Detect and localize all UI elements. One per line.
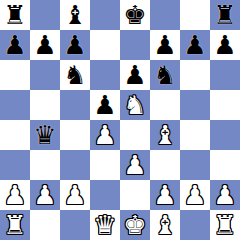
- square-c3[interactable]: [60, 150, 90, 180]
- square-h3[interactable]: [210, 150, 240, 180]
- square-b2[interactable]: ♟: [30, 180, 60, 210]
- square-f4[interactable]: ♝: [150, 120, 180, 150]
- piece-black-knight: ♞: [63, 60, 86, 90]
- square-a3[interactable]: [0, 150, 30, 180]
- square-d2[interactable]: [90, 180, 120, 210]
- square-f7[interactable]: ♟: [150, 30, 180, 60]
- square-g6[interactable]: [180, 60, 210, 90]
- square-d1[interactable]: ♛: [90, 210, 120, 240]
- square-g3[interactable]: [180, 150, 210, 180]
- square-h8[interactable]: ♜: [210, 0, 240, 30]
- piece-white-pawn: ♟: [33, 180, 56, 210]
- piece-black-pawn: ♟: [183, 30, 206, 60]
- square-b7[interactable]: ♟: [30, 30, 60, 60]
- piece-white-pawn: ♟: [153, 180, 176, 210]
- piece-black-pawn: ♟: [93, 90, 116, 120]
- piece-white-pawn: ♟: [63, 180, 86, 210]
- square-a4[interactable]: [0, 120, 30, 150]
- piece-black-pawn: ♟: [153, 30, 176, 60]
- square-d5[interactable]: ♟: [90, 90, 120, 120]
- square-f8[interactable]: [150, 0, 180, 30]
- piece-black-pawn: ♟: [63, 30, 86, 60]
- piece-white-knight: ♞: [123, 90, 146, 120]
- piece-black-king: ♚: [123, 0, 146, 30]
- square-d8[interactable]: [90, 0, 120, 30]
- square-b3[interactable]: [30, 150, 60, 180]
- piece-white-king: ♚: [123, 210, 146, 240]
- square-d6[interactable]: [90, 60, 120, 90]
- piece-white-rook: ♜: [3, 210, 26, 240]
- piece-black-pawn: ♟: [213, 30, 236, 60]
- square-g1[interactable]: [180, 210, 210, 240]
- chess-board: ♜♝♚♜♟♟♟♟♟♟♞♟♞♟♞♛♟♝♟♟♟♟♟♟♟♜♛♚♝♜: [0, 0, 240, 240]
- square-e6[interactable]: ♟: [120, 60, 150, 90]
- square-b8[interactable]: [30, 0, 60, 30]
- piece-black-pawn: ♟: [33, 30, 56, 60]
- square-c8[interactable]: ♝: [60, 0, 90, 30]
- piece-white-pawn: ♟: [183, 180, 206, 210]
- piece-black-rook: ♜: [213, 0, 236, 30]
- square-c1[interactable]: [60, 210, 90, 240]
- piece-black-pawn: ♟: [3, 30, 26, 60]
- piece-black-rook: ♜: [3, 0, 26, 30]
- square-f1[interactable]: ♝: [150, 210, 180, 240]
- square-g4[interactable]: [180, 120, 210, 150]
- square-c4[interactable]: [60, 120, 90, 150]
- piece-white-bishop: ♝: [153, 120, 176, 150]
- piece-white-pawn: ♟: [213, 180, 236, 210]
- piece-white-pawn: ♟: [93, 120, 116, 150]
- piece-black-pawn: ♟: [123, 60, 146, 90]
- square-a1[interactable]: ♜: [0, 210, 30, 240]
- piece-black-bishop: ♝: [63, 0, 86, 30]
- square-d3[interactable]: [90, 150, 120, 180]
- square-a8[interactable]: ♜: [0, 0, 30, 30]
- square-a6[interactable]: [0, 60, 30, 90]
- square-c5[interactable]: [60, 90, 90, 120]
- square-e3[interactable]: ♟: [120, 150, 150, 180]
- square-b6[interactable]: [30, 60, 60, 90]
- square-a7[interactable]: ♟: [0, 30, 30, 60]
- square-c6[interactable]: ♞: [60, 60, 90, 90]
- square-e5[interactable]: ♞: [120, 90, 150, 120]
- square-h2[interactable]: ♟: [210, 180, 240, 210]
- square-h4[interactable]: [210, 120, 240, 150]
- piece-white-queen: ♛: [93, 210, 116, 240]
- square-e2[interactable]: [120, 180, 150, 210]
- square-d7[interactable]: [90, 30, 120, 60]
- piece-black-queen: ♛: [33, 120, 56, 150]
- piece-white-pawn: ♟: [3, 180, 26, 210]
- square-e1[interactable]: ♚: [120, 210, 150, 240]
- piece-white-rook: ♜: [213, 210, 236, 240]
- piece-white-pawn: ♟: [123, 150, 146, 180]
- piece-white-bishop: ♝: [153, 210, 176, 240]
- square-f2[interactable]: ♟: [150, 180, 180, 210]
- square-f5[interactable]: [150, 90, 180, 120]
- square-c7[interactable]: ♟: [60, 30, 90, 60]
- square-h5[interactable]: [210, 90, 240, 120]
- square-e8[interactable]: ♚: [120, 0, 150, 30]
- square-a2[interactable]: ♟: [0, 180, 30, 210]
- chess-board-frame: ♜♝♚♜♟♟♟♟♟♟♞♟♞♟♞♛♟♝♟♟♟♟♟♟♟♜♛♚♝♜: [0, 0, 240, 240]
- square-h6[interactable]: [210, 60, 240, 90]
- square-f6[interactable]: ♞: [150, 60, 180, 90]
- square-c2[interactable]: ♟: [60, 180, 90, 210]
- square-b4[interactable]: ♛: [30, 120, 60, 150]
- square-d4[interactable]: ♟: [90, 120, 120, 150]
- square-e4[interactable]: [120, 120, 150, 150]
- square-g8[interactable]: [180, 0, 210, 30]
- square-b1[interactable]: [30, 210, 60, 240]
- square-g2[interactable]: ♟: [180, 180, 210, 210]
- square-b5[interactable]: [30, 90, 60, 120]
- square-a5[interactable]: [0, 90, 30, 120]
- square-f3[interactable]: [150, 150, 180, 180]
- piece-black-knight: ♞: [153, 60, 176, 90]
- square-g5[interactable]: [180, 90, 210, 120]
- square-h7[interactable]: ♟: [210, 30, 240, 60]
- square-h1[interactable]: ♜: [210, 210, 240, 240]
- square-e7[interactable]: [120, 30, 150, 60]
- square-g7[interactable]: ♟: [180, 30, 210, 60]
